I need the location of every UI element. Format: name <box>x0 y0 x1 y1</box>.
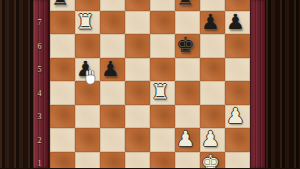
rank-label-1: 1 <box>33 159 46 168</box>
square-c3[interactable] <box>100 105 125 129</box>
square-f4[interactable] <box>175 81 200 105</box>
square-g5[interactable] <box>200 58 225 82</box>
square-e3[interactable] <box>150 105 175 129</box>
square-g6[interactable] <box>200 34 225 58</box>
square-g2[interactable]: ♟ <box>200 128 225 152</box>
square-e7[interactable] <box>150 11 175 35</box>
square-b7[interactable]: ♜ <box>75 11 100 35</box>
black-king-f6[interactable]: ♚ <box>173 34 198 58</box>
square-h2[interactable] <box>225 128 250 152</box>
chess-app-screenshot: { "game": "chess", "position": { "fen": … <box>0 0 300 168</box>
black-pawn-c5[interactable]: ♟ <box>98 58 123 82</box>
rank-label-7: 7 <box>33 18 46 27</box>
square-f1[interactable] <box>175 152 200 169</box>
square-h7[interactable]: ♟ <box>225 11 250 35</box>
white-pawn-f2[interactable]: ♟ <box>173 128 198 152</box>
square-h6[interactable] <box>225 34 250 58</box>
board-grid: ♜♜♜♟♟♚♟♟♜♟♟♟♚ <box>50 0 250 168</box>
white-king-g1[interactable]: ♚ <box>198 152 223 169</box>
square-d4[interactable] <box>125 81 150 105</box>
square-f3[interactable] <box>175 105 200 129</box>
square-c5[interactable]: ♟ <box>100 58 125 82</box>
square-e2[interactable] <box>150 128 175 152</box>
square-d7[interactable] <box>125 11 150 35</box>
square-b8[interactable] <box>75 0 100 11</box>
black-rook-f8[interactable]: ♜ <box>173 0 198 11</box>
square-d3[interactable] <box>125 105 150 129</box>
black-pawn-h7[interactable]: ♟ <box>223 11 248 35</box>
square-h5[interactable] <box>225 58 250 82</box>
square-d8[interactable] <box>125 0 150 11</box>
square-e8[interactable] <box>150 0 175 11</box>
square-e6[interactable] <box>150 34 175 58</box>
square-b1[interactable] <box>75 152 100 169</box>
square-c7[interactable] <box>100 11 125 35</box>
rank-label-4: 4 <box>33 89 46 98</box>
rank-label-6: 6 <box>33 42 46 51</box>
square-a2[interactable] <box>50 128 75 152</box>
square-a5[interactable] <box>50 58 75 82</box>
square-h4[interactable] <box>225 81 250 105</box>
square-c4[interactable] <box>100 81 125 105</box>
square-b6[interactable] <box>75 34 100 58</box>
square-b2[interactable] <box>75 128 100 152</box>
square-g3[interactable] <box>200 105 225 129</box>
square-a1[interactable] <box>50 152 75 169</box>
square-c2[interactable] <box>100 128 125 152</box>
square-f7[interactable] <box>175 11 200 35</box>
square-d5[interactable] <box>125 58 150 82</box>
black-pawn-g7[interactable]: ♟ <box>198 11 223 35</box>
white-rook-b7[interactable]: ♜ <box>73 11 98 35</box>
hand-cursor-icon <box>84 69 97 85</box>
board-frame-right <box>250 0 265 168</box>
square-c6[interactable] <box>100 34 125 58</box>
square-f5[interactable] <box>175 58 200 82</box>
square-f2[interactable]: ♟ <box>175 128 200 152</box>
square-f6[interactable]: ♚ <box>175 34 200 58</box>
square-g7[interactable]: ♟ <box>200 11 225 35</box>
square-h8[interactable] <box>225 0 250 11</box>
square-e4[interactable]: ♜ <box>150 81 175 105</box>
white-pawn-g2[interactable]: ♟ <box>198 128 223 152</box>
square-c8[interactable] <box>100 0 125 11</box>
square-h1[interactable] <box>225 152 250 169</box>
square-d6[interactable] <box>125 34 150 58</box>
board-frame-left: 7654321 <box>33 0 50 168</box>
square-a8[interactable]: ♜ <box>50 0 75 11</box>
rank-label-2: 2 <box>33 136 46 145</box>
square-e5[interactable] <box>150 58 175 82</box>
square-d2[interactable] <box>125 128 150 152</box>
square-a7[interactable] <box>50 11 75 35</box>
chess-board: ♜♜♜♟♟♚♟♟♜♟♟♟♚ <box>50 0 250 168</box>
square-a6[interactable] <box>50 34 75 58</box>
rank-label-3: 3 <box>33 112 46 121</box>
square-h3[interactable]: ♟ <box>225 105 250 129</box>
rank-label-5: 5 <box>33 65 46 74</box>
square-g8[interactable] <box>200 0 225 11</box>
square-c1[interactable] <box>100 152 125 169</box>
white-pawn-h3[interactable]: ♟ <box>223 105 248 129</box>
square-f8[interactable]: ♜ <box>175 0 200 11</box>
square-b3[interactable] <box>75 105 100 129</box>
black-rook-a8[interactable]: ♜ <box>50 0 73 11</box>
square-d1[interactable] <box>125 152 150 169</box>
square-g1[interactable]: ♚ <box>200 152 225 169</box>
square-a4[interactable] <box>50 81 75 105</box>
square-e1[interactable] <box>150 152 175 169</box>
square-a3[interactable] <box>50 105 75 129</box>
square-g4[interactable] <box>200 81 225 105</box>
white-rook-e4[interactable]: ♜ <box>148 81 173 105</box>
